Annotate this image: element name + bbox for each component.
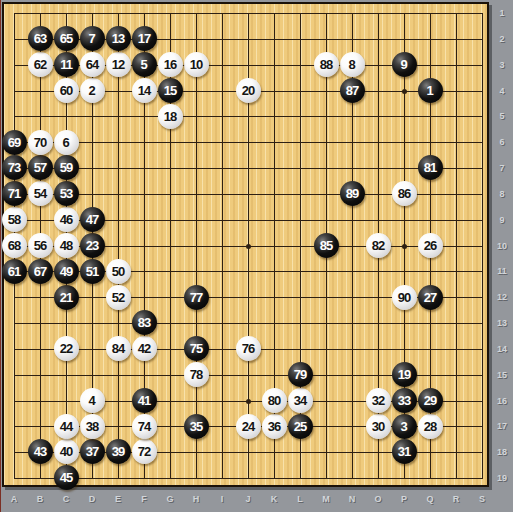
stone-black-Q4-move-1[interactable]: 1 (418, 78, 443, 103)
stone-black-B7-move-57[interactable]: 57 (28, 155, 53, 180)
col-label-F: F (135, 494, 153, 504)
stones-layer: 1234567891011121314151617181920212223242… (1, 0, 495, 491)
stone-white-G3-move-16[interactable]: 16 (158, 52, 183, 77)
stone-white-J4-move-20[interactable]: 20 (236, 78, 261, 103)
stone-black-D9-move-47[interactable]: 47 (80, 207, 105, 232)
stone-white-D3-move-64[interactable]: 64 (80, 52, 105, 77)
stone-white-C4-move-60[interactable]: 60 (54, 78, 79, 103)
stone-black-P18-move-31[interactable]: 31 (392, 439, 417, 464)
col-label-O: O (369, 494, 387, 504)
stone-white-C17-move-44[interactable]: 44 (54, 414, 79, 439)
stone-black-H17-move-35[interactable]: 35 (184, 414, 209, 439)
stone-black-C3-move-11[interactable]: 11 (54, 52, 79, 77)
stone-black-B2-move-63[interactable]: 63 (28, 26, 53, 51)
stone-white-F17-move-74[interactable]: 74 (132, 414, 157, 439)
stone-black-F2-move-17[interactable]: 17 (132, 26, 157, 51)
stone-black-P16-move-33[interactable]: 33 (392, 388, 417, 413)
stone-black-M10-move-85[interactable]: 85 (314, 233, 339, 258)
row-label-13: 13 (492, 318, 512, 328)
row-label-2: 2 (492, 34, 512, 44)
stone-white-B6-move-70[interactable]: 70 (28, 130, 53, 155)
row-label-1: 1 (492, 8, 512, 18)
stone-white-K16-move-80[interactable]: 80 (262, 388, 287, 413)
col-label-P: P (395, 494, 413, 504)
stone-white-E3-move-12[interactable]: 12 (106, 52, 131, 77)
stone-black-Q16-move-29[interactable]: 29 (418, 388, 443, 413)
stone-white-E12-move-52[interactable]: 52 (106, 285, 131, 310)
stone-white-J17-move-24[interactable]: 24 (236, 414, 261, 439)
row-label-15: 15 (492, 370, 512, 380)
stone-white-C6-move-6[interactable]: 6 (54, 130, 79, 155)
stone-white-J14-move-76[interactable]: 76 (236, 336, 261, 361)
row-label-19: 19 (492, 473, 512, 483)
col-label-I: I (213, 494, 231, 504)
stone-black-P17-move-3[interactable]: 3 (392, 414, 417, 439)
row-label-12: 12 (492, 292, 512, 302)
stone-black-A7-move-73[interactable]: 73 (2, 155, 27, 180)
col-label-G: G (161, 494, 179, 504)
stone-black-A6-move-69[interactable]: 69 (2, 130, 27, 155)
row-label-11: 11 (492, 266, 512, 276)
col-label-Q: Q (421, 494, 439, 504)
row-label-10: 10 (492, 241, 512, 251)
stone-white-P12-move-90[interactable]: 90 (392, 285, 417, 310)
row-label-5: 5 (492, 111, 512, 121)
stone-black-C2-move-65[interactable]: 65 (54, 26, 79, 51)
col-label-D: D (83, 494, 101, 504)
stone-white-B10-move-56[interactable]: 56 (28, 233, 53, 258)
stone-black-C8-move-53[interactable]: 53 (54, 181, 79, 206)
stone-white-F14-move-42[interactable]: 42 (132, 336, 157, 361)
col-label-N: N (343, 494, 361, 504)
stone-black-D10-move-23[interactable]: 23 (80, 233, 105, 258)
stone-white-H15-move-78[interactable]: 78 (184, 362, 209, 387)
stone-black-L17-move-25[interactable]: 25 (288, 414, 313, 439)
stone-black-N4-move-87[interactable]: 87 (340, 78, 365, 103)
row-label-9: 9 (492, 215, 512, 225)
stone-black-N8-move-89[interactable]: 89 (340, 181, 365, 206)
stone-black-D2-move-7[interactable]: 7 (80, 26, 105, 51)
stone-black-D11-move-51[interactable]: 51 (80, 259, 105, 284)
stone-white-E14-move-84[interactable]: 84 (106, 336, 131, 361)
row-label-6: 6 (492, 137, 512, 147)
col-label-K: K (265, 494, 283, 504)
stone-white-E11-move-50[interactable]: 50 (106, 259, 131, 284)
stone-white-D4-move-2[interactable]: 2 (80, 78, 105, 103)
col-label-L: L (291, 494, 309, 504)
stone-white-C9-move-46[interactable]: 46 (54, 207, 79, 232)
stone-white-G5-move-18[interactable]: 18 (158, 104, 183, 129)
stone-white-C14-move-22[interactable]: 22 (54, 336, 79, 361)
row-label-3: 3 (492, 60, 512, 70)
col-label-J: J (239, 494, 257, 504)
stone-white-N3-move-8[interactable]: 8 (340, 52, 365, 77)
col-label-A: A (5, 494, 23, 504)
stone-black-C12-move-21[interactable]: 21 (54, 285, 79, 310)
stone-black-C19-move-45[interactable]: 45 (54, 465, 79, 490)
go-diagram: 1234567891011121314151617181920212223242… (0, 0, 513, 512)
stone-white-B8-move-54[interactable]: 54 (28, 181, 53, 206)
stone-white-D17-move-38[interactable]: 38 (80, 414, 105, 439)
col-label-B: B (31, 494, 49, 504)
stone-white-D16-move-4[interactable]: 4 (80, 388, 105, 413)
stone-black-F3-move-5[interactable]: 5 (132, 52, 157, 77)
stone-white-Q10-move-26[interactable]: 26 (418, 233, 443, 258)
stone-black-A11-move-61[interactable]: 61 (2, 259, 27, 284)
stone-white-A10-move-68[interactable]: 68 (2, 233, 27, 258)
stone-white-O16-move-32[interactable]: 32 (366, 388, 391, 413)
row-label-16: 16 (492, 396, 512, 406)
stone-white-Q17-move-28[interactable]: 28 (418, 414, 443, 439)
col-label-E: E (109, 494, 127, 504)
stone-black-E18-move-39[interactable]: 39 (106, 439, 131, 464)
go-board[interactable]: 1234567891011121314151617181920212223242… (2, 2, 489, 487)
row-label-17: 17 (492, 421, 512, 431)
stone-black-F16-move-41[interactable]: 41 (132, 388, 157, 413)
col-label-H: H (187, 494, 205, 504)
stone-black-G4-move-15[interactable]: 15 (158, 78, 183, 103)
stone-black-P15-move-19[interactable]: 19 (392, 362, 417, 387)
stone-black-C11-move-49[interactable]: 49 (54, 259, 79, 284)
stone-white-B3-move-62[interactable]: 62 (28, 52, 53, 77)
stone-black-H12-move-77[interactable]: 77 (184, 285, 209, 310)
row-label-14: 14 (492, 344, 512, 354)
stone-black-B18-move-43[interactable]: 43 (28, 439, 53, 464)
stone-white-L16-move-34[interactable]: 34 (288, 388, 313, 413)
stone-black-B11-move-67[interactable]: 67 (28, 259, 53, 284)
stone-white-F4-move-14[interactable]: 14 (132, 78, 157, 103)
stone-white-M3-move-88[interactable]: 88 (314, 52, 339, 77)
stone-black-C7-move-59[interactable]: 59 (54, 155, 79, 180)
stone-black-Q7-move-81[interactable]: 81 (418, 155, 443, 180)
stone-white-C10-move-48[interactable]: 48 (54, 233, 79, 258)
row-label-18: 18 (492, 447, 512, 457)
stone-white-H3-move-10[interactable]: 10 (184, 52, 209, 77)
stone-black-H14-move-75[interactable]: 75 (184, 336, 209, 361)
row-label-7: 7 (492, 163, 512, 173)
stone-white-A9-move-58[interactable]: 58 (2, 207, 27, 232)
stone-black-D18-move-37[interactable]: 37 (80, 439, 105, 464)
stone-black-E2-move-13[interactable]: 13 (106, 26, 131, 51)
row-label-4: 4 (492, 86, 512, 96)
col-label-R: R (447, 494, 465, 504)
stone-white-O17-move-30[interactable]: 30 (366, 414, 391, 439)
stone-black-A8-move-71[interactable]: 71 (2, 181, 27, 206)
stone-white-F18-move-72[interactable]: 72 (132, 439, 157, 464)
row-label-8: 8 (492, 189, 512, 199)
stone-white-K17-move-36[interactable]: 36 (262, 414, 287, 439)
stone-black-F13-move-83[interactable]: 83 (132, 310, 157, 335)
stone-white-C18-move-40[interactable]: 40 (54, 439, 79, 464)
col-label-S: S (473, 494, 491, 504)
stone-white-P8-move-86[interactable]: 86 (392, 181, 417, 206)
stone-black-P3-move-9[interactable]: 9 (392, 52, 417, 77)
stone-white-O10-move-82[interactable]: 82 (366, 233, 391, 258)
col-label-C: C (57, 494, 75, 504)
stone-black-Q12-move-27[interactable]: 27 (418, 285, 443, 310)
col-label-M: M (317, 494, 335, 504)
stone-black-L15-move-79[interactable]: 79 (288, 362, 313, 387)
